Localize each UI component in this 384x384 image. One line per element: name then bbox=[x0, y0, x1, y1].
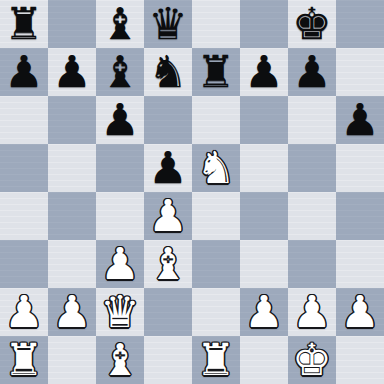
square-c3[interactable]: ♟ bbox=[96, 240, 144, 288]
square-f6[interactable] bbox=[240, 96, 288, 144]
square-f7[interactable]: ♟ bbox=[240, 48, 288, 96]
square-h6[interactable]: ♟ bbox=[336, 96, 384, 144]
square-a7[interactable]: ♟ bbox=[0, 48, 48, 96]
square-e6[interactable] bbox=[192, 96, 240, 144]
square-g6[interactable] bbox=[288, 96, 336, 144]
square-c5[interactable] bbox=[96, 144, 144, 192]
white-queen-icon: ♛ bbox=[100, 288, 139, 336]
square-c1[interactable]: ♝ bbox=[96, 336, 144, 384]
square-h5[interactable] bbox=[336, 144, 384, 192]
black-pawn-icon: ♟ bbox=[52, 48, 91, 96]
square-b7[interactable]: ♟ bbox=[48, 48, 96, 96]
square-f1[interactable] bbox=[240, 336, 288, 384]
black-pawn-icon: ♟ bbox=[292, 48, 331, 96]
white-pawn-icon: ♟ bbox=[100, 240, 139, 288]
square-b1[interactable] bbox=[48, 336, 96, 384]
square-d2[interactable] bbox=[144, 288, 192, 336]
black-pawn-icon: ♟ bbox=[340, 96, 379, 144]
chess-board: ♜♝♛♚♟♟♝♞♜♟♟♟♟♟♞♟♟♝♟♟♛♟♟♟♜♝♜♚ bbox=[0, 0, 384, 384]
white-bishop-icon: ♝ bbox=[100, 336, 139, 384]
square-e4[interactable] bbox=[192, 192, 240, 240]
square-d6[interactable] bbox=[144, 96, 192, 144]
square-g8[interactable]: ♚ bbox=[288, 0, 336, 48]
square-c6[interactable]: ♟ bbox=[96, 96, 144, 144]
black-pawn-icon: ♟ bbox=[100, 96, 139, 144]
black-pawn-icon: ♟ bbox=[148, 144, 187, 192]
square-d5[interactable]: ♟ bbox=[144, 144, 192, 192]
square-f4[interactable] bbox=[240, 192, 288, 240]
square-a4[interactable] bbox=[0, 192, 48, 240]
square-e3[interactable] bbox=[192, 240, 240, 288]
black-bishop-icon: ♝ bbox=[100, 0, 139, 48]
square-c4[interactable] bbox=[96, 192, 144, 240]
square-g7[interactable]: ♟ bbox=[288, 48, 336, 96]
square-e5[interactable]: ♞ bbox=[192, 144, 240, 192]
square-f3[interactable] bbox=[240, 240, 288, 288]
white-pawn-icon: ♟ bbox=[52, 288, 91, 336]
square-g1[interactable]: ♚ bbox=[288, 336, 336, 384]
square-c7[interactable]: ♝ bbox=[96, 48, 144, 96]
square-a3[interactable] bbox=[0, 240, 48, 288]
white-pawn-icon: ♟ bbox=[292, 288, 331, 336]
square-h3[interactable] bbox=[336, 240, 384, 288]
square-h2[interactable]: ♟ bbox=[336, 288, 384, 336]
square-e2[interactable] bbox=[192, 288, 240, 336]
square-d8[interactable]: ♛ bbox=[144, 0, 192, 48]
black-bishop-icon: ♝ bbox=[100, 48, 139, 96]
square-a6[interactable] bbox=[0, 96, 48, 144]
black-pawn-icon: ♟ bbox=[4, 48, 43, 96]
square-e7[interactable]: ♜ bbox=[192, 48, 240, 96]
square-h4[interactable] bbox=[336, 192, 384, 240]
square-g5[interactable] bbox=[288, 144, 336, 192]
square-b6[interactable] bbox=[48, 96, 96, 144]
square-g4[interactable] bbox=[288, 192, 336, 240]
white-king-icon: ♚ bbox=[292, 336, 331, 384]
black-rook-icon: ♜ bbox=[4, 0, 43, 48]
square-b2[interactable]: ♟ bbox=[48, 288, 96, 336]
square-c2[interactable]: ♛ bbox=[96, 288, 144, 336]
black-king-icon: ♚ bbox=[292, 0, 331, 48]
white-pawn-icon: ♟ bbox=[340, 288, 379, 336]
square-h7[interactable] bbox=[336, 48, 384, 96]
white-rook-icon: ♜ bbox=[196, 336, 235, 384]
square-a5[interactable] bbox=[0, 144, 48, 192]
white-pawn-icon: ♟ bbox=[4, 288, 43, 336]
square-h8[interactable] bbox=[336, 0, 384, 48]
square-g2[interactable]: ♟ bbox=[288, 288, 336, 336]
black-queen-icon: ♛ bbox=[148, 0, 187, 48]
square-b8[interactable] bbox=[48, 0, 96, 48]
square-b4[interactable] bbox=[48, 192, 96, 240]
white-pawn-icon: ♟ bbox=[244, 288, 283, 336]
square-b3[interactable] bbox=[48, 240, 96, 288]
square-a8[interactable]: ♜ bbox=[0, 0, 48, 48]
black-rook-icon: ♜ bbox=[196, 48, 235, 96]
square-d3[interactable]: ♝ bbox=[144, 240, 192, 288]
white-rook-icon: ♜ bbox=[4, 336, 43, 384]
square-c8[interactable]: ♝ bbox=[96, 0, 144, 48]
square-a2[interactable]: ♟ bbox=[0, 288, 48, 336]
square-d7[interactable]: ♞ bbox=[144, 48, 192, 96]
square-a1[interactable]: ♜ bbox=[0, 336, 48, 384]
black-pawn-icon: ♟ bbox=[244, 48, 283, 96]
square-f2[interactable]: ♟ bbox=[240, 288, 288, 336]
white-pawn-icon: ♟ bbox=[148, 192, 187, 240]
square-h1[interactable] bbox=[336, 336, 384, 384]
black-knight-icon: ♞ bbox=[148, 48, 187, 96]
square-d1[interactable] bbox=[144, 336, 192, 384]
square-d4[interactable]: ♟ bbox=[144, 192, 192, 240]
square-b5[interactable] bbox=[48, 144, 96, 192]
square-g3[interactable] bbox=[288, 240, 336, 288]
white-bishop-icon: ♝ bbox=[148, 240, 187, 288]
square-f5[interactable] bbox=[240, 144, 288, 192]
square-f8[interactable] bbox=[240, 0, 288, 48]
square-e8[interactable] bbox=[192, 0, 240, 48]
white-knight-icon: ♞ bbox=[196, 144, 235, 192]
square-e1[interactable]: ♜ bbox=[192, 336, 240, 384]
